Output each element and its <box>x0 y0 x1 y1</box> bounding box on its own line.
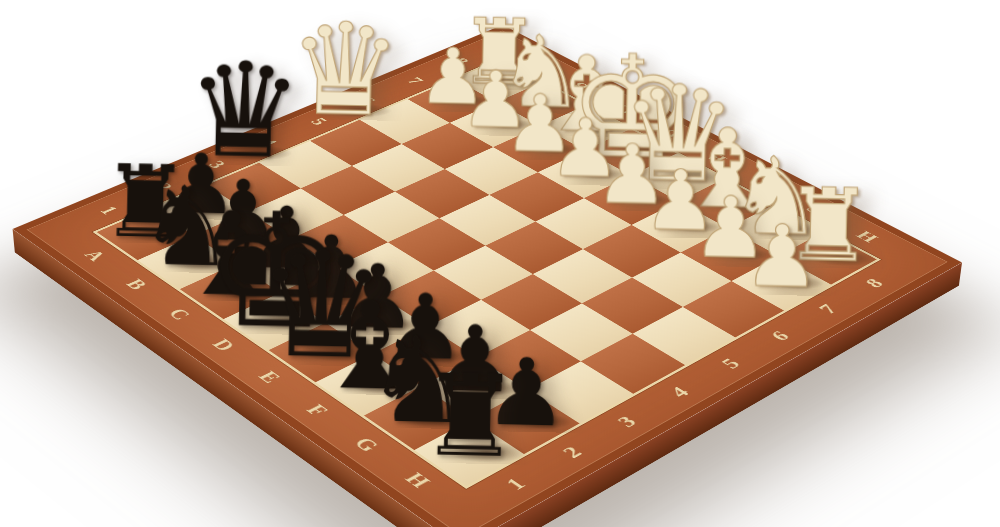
chess-board: AA88BB77CC66DD55EE44FF33GG22HH11 ♜♞♝♚♛♝♞… <box>13 25 962 527</box>
product-photo: AA88BB77CC66DD55EE44FF33GG22HH11 ♜♞♝♚♛♝♞… <box>0 0 1000 527</box>
camera-scene: AA88BB77CC66DD55EE44FF33GG22HH11 ♜♞♝♚♛♝♞… <box>0 0 1000 527</box>
